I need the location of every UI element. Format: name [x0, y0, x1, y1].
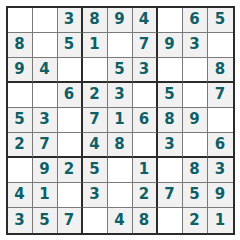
cell-r8c4: 3	[83, 183, 108, 208]
cell-r1c4: 8	[83, 8, 108, 33]
cell-r4c9: 7	[208, 83, 233, 108]
cell-r1c5: 9	[108, 8, 133, 33]
cell-r9c3: 7	[58, 208, 83, 233]
cell-r9c6: 8	[133, 208, 158, 233]
cell-r5c6: 6	[133, 108, 158, 133]
cell-r3c8[interactable]	[183, 58, 208, 83]
cell-r4c7: 5	[158, 83, 183, 108]
cell-r1c1[interactable]	[8, 8, 33, 33]
cell-r4c4: 2	[83, 83, 108, 108]
sudoku-board: 3894658517939453862357537168927483692518…	[6, 6, 235, 235]
cell-r9c5: 4	[108, 208, 133, 233]
cell-r2c2[interactable]	[33, 33, 58, 58]
cell-r7c2: 9	[33, 158, 58, 183]
cell-r8c6: 2	[133, 183, 158, 208]
cell-r5c5: 1	[108, 108, 133, 133]
cell-r8c5[interactable]	[108, 183, 133, 208]
cell-r5c1: 5	[8, 108, 33, 133]
cell-r2c5[interactable]	[108, 33, 133, 58]
cell-r7c7[interactable]	[158, 158, 183, 183]
cell-r8c8: 5	[183, 183, 208, 208]
cell-r7c4: 5	[83, 158, 108, 183]
cell-r2c7: 9	[158, 33, 183, 58]
cell-r6c4: 4	[83, 133, 108, 158]
cell-r8c7: 7	[158, 183, 183, 208]
cell-r4c3: 6	[58, 83, 83, 108]
cell-r6c5: 8	[108, 133, 133, 158]
cell-r2c6: 7	[133, 33, 158, 58]
cell-r7c3: 2	[58, 158, 83, 183]
cell-r5c4: 7	[83, 108, 108, 133]
cell-r9c7[interactable]	[158, 208, 183, 233]
cell-r3c1: 9	[8, 58, 33, 83]
cell-r3c7[interactable]	[158, 58, 183, 83]
cell-r1c7[interactable]	[158, 8, 183, 33]
cell-r3c2: 4	[33, 58, 58, 83]
cell-r7c5[interactable]	[108, 158, 133, 183]
cell-r6c2: 7	[33, 133, 58, 158]
cell-r8c2: 1	[33, 183, 58, 208]
sudoku-page: 3894658517939453862357537168927483692518…	[0, 0, 240, 240]
cell-r3c4[interactable]	[83, 58, 108, 83]
cell-r7c9: 3	[208, 158, 233, 183]
cell-r6c7: 3	[158, 133, 183, 158]
cell-r4c1[interactable]	[8, 83, 33, 108]
cell-r8c9: 9	[208, 183, 233, 208]
cell-r3c6: 3	[133, 58, 158, 83]
cell-r2c8: 3	[183, 33, 208, 58]
cell-r3c3[interactable]	[58, 58, 83, 83]
cell-r6c3[interactable]	[58, 133, 83, 158]
cell-r5c3[interactable]	[58, 108, 83, 133]
cell-r2c3: 5	[58, 33, 83, 58]
cell-r7c6: 1	[133, 158, 158, 183]
cell-r4c8[interactable]	[183, 83, 208, 108]
cell-r8c1: 4	[8, 183, 33, 208]
cell-r4c6[interactable]	[133, 83, 158, 108]
cell-r9c4[interactable]	[83, 208, 108, 233]
cell-r7c8: 8	[183, 158, 208, 183]
cell-r1c3: 3	[58, 8, 83, 33]
cell-r5c2: 3	[33, 108, 58, 133]
cell-r2c9[interactable]	[208, 33, 233, 58]
cell-r6c1: 2	[8, 133, 33, 158]
cell-r1c2[interactable]	[33, 8, 58, 33]
cell-r5c7: 8	[158, 108, 183, 133]
cell-r1c6: 4	[133, 8, 158, 33]
cell-r9c1: 3	[8, 208, 33, 233]
cell-r2c4: 1	[83, 33, 108, 58]
cell-r1c8: 6	[183, 8, 208, 33]
cell-r6c8[interactable]	[183, 133, 208, 158]
cell-r6c9: 6	[208, 133, 233, 158]
cell-r3c9: 8	[208, 58, 233, 83]
cell-r9c9: 1	[208, 208, 233, 233]
cell-r5c9[interactable]	[208, 108, 233, 133]
cell-r4c2[interactable]	[33, 83, 58, 108]
cell-r8c3[interactable]	[58, 183, 83, 208]
cell-r7c1[interactable]	[8, 158, 33, 183]
cell-r3c5: 5	[108, 58, 133, 83]
cell-r9c2: 5	[33, 208, 58, 233]
cell-r2c1: 8	[8, 33, 33, 58]
cell-r1c9: 5	[208, 8, 233, 33]
cell-r6c6[interactable]	[133, 133, 158, 158]
cell-r5c8: 9	[183, 108, 208, 133]
cell-r9c8: 2	[183, 208, 208, 233]
cell-r4c5: 3	[108, 83, 133, 108]
